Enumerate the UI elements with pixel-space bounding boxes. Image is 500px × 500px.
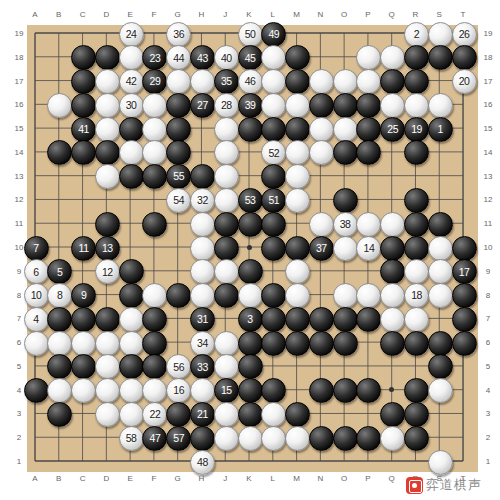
col-label-bottom: L: [271, 474, 275, 483]
stone: [404, 402, 429, 427]
col-label-top: L: [271, 10, 275, 19]
move-number: 12: [102, 267, 113, 278]
move-number: 44: [173, 53, 184, 64]
stone: [428, 378, 453, 403]
stone: [71, 93, 96, 118]
stone: [356, 426, 381, 451]
move-number: 49: [268, 29, 279, 40]
stone: [95, 402, 120, 427]
stone: [380, 236, 405, 261]
stone: [142, 331, 167, 356]
move-number: 26: [459, 29, 470, 40]
stone: [333, 93, 358, 118]
stone: [214, 236, 239, 261]
stone: [238, 212, 263, 237]
move-number: 52: [268, 148, 279, 159]
stone: [119, 307, 144, 332]
stone: [142, 212, 167, 237]
move-stone-57: 57: [166, 426, 191, 451]
row-label-right: 8: [486, 290, 490, 299]
stone: [119, 354, 144, 379]
move-stone-34: 34: [190, 331, 215, 356]
stone: [285, 93, 310, 118]
row-label-right: 18: [484, 52, 493, 61]
stone: [333, 188, 358, 213]
stone: [214, 426, 239, 451]
row-label-right: 3: [486, 409, 490, 418]
stone: [261, 93, 286, 118]
stone: [214, 164, 239, 189]
stone: [261, 212, 286, 237]
row-label-right: 9: [486, 266, 490, 275]
move-number: 32: [197, 195, 208, 206]
move-stone-40: 40: [214, 45, 239, 70]
stone: [428, 22, 453, 47]
move-stone-11: 11: [71, 236, 96, 261]
row-label-right: 14: [484, 147, 493, 156]
stone: [190, 236, 215, 261]
row-label-left: 18: [15, 52, 24, 61]
move-number: 34: [197, 338, 208, 349]
stone: [285, 188, 310, 213]
stone: [404, 236, 429, 261]
stone: [95, 45, 120, 70]
stone: [333, 426, 358, 451]
stone: [95, 212, 120, 237]
col-label-bottom: E: [127, 474, 132, 483]
stone: [24, 331, 49, 356]
move-number: 31: [197, 314, 208, 325]
stone: [404, 69, 429, 94]
row-label-right: 13: [484, 171, 493, 180]
stone: [404, 307, 429, 332]
stone: [309, 69, 334, 94]
move-number: 54: [173, 195, 184, 206]
move-number: 45: [245, 53, 256, 64]
move-number: 23: [150, 53, 161, 64]
move-stone-10: 10: [24, 283, 49, 308]
row-label-left: 2: [17, 433, 21, 442]
move-stone-15: 15: [214, 378, 239, 403]
col-label-bottom: K: [246, 474, 251, 483]
move-stone-25: 25: [380, 117, 405, 142]
move-number: 5: [57, 267, 62, 278]
col-label-bottom: N: [317, 474, 323, 483]
stone: [309, 307, 334, 332]
move-stone-18: 18: [404, 283, 429, 308]
stone: [190, 69, 215, 94]
move-stone-7: 7: [24, 236, 49, 261]
col-label-top: R: [413, 10, 419, 19]
move-stone-37: 37: [309, 236, 334, 261]
move-number: 25: [387, 124, 398, 135]
stone: [95, 378, 120, 403]
col-label-top: D: [103, 10, 109, 19]
move-number: 51: [268, 195, 279, 206]
stone: [333, 69, 358, 94]
stone: [428, 331, 453, 356]
stone: [380, 402, 405, 427]
move-number: 46: [245, 76, 256, 87]
stone: [47, 307, 72, 332]
stone: [71, 331, 96, 356]
col-label-top: J: [223, 10, 227, 19]
row-label-left: 14: [15, 147, 24, 156]
col-label-top: T: [461, 10, 466, 19]
move-number: 7: [33, 243, 38, 254]
stone: [119, 402, 144, 427]
move-number: 58: [126, 433, 137, 444]
row-label-left: 11: [15, 219, 23, 228]
stone: [166, 93, 191, 118]
move-number: 24: [126, 29, 137, 40]
stone: [119, 283, 144, 308]
stone: [119, 164, 144, 189]
move-stone-32: 32: [190, 188, 215, 213]
col-label-bottom: F: [151, 474, 156, 483]
col-label-top: A: [32, 10, 37, 19]
stone: [380, 307, 405, 332]
stone: [95, 331, 120, 356]
move-stone-2: 2: [404, 22, 429, 47]
move-stone-1: 1: [428, 117, 453, 142]
move-stone-21: 21: [190, 402, 215, 427]
move-number: 21: [197, 409, 208, 420]
stone: [404, 93, 429, 118]
row-label-right: 12: [484, 195, 493, 204]
go-kifu-diagram: 2436504922623444340454229354620302728394…: [0, 0, 500, 500]
stone: [333, 283, 358, 308]
stone: [261, 307, 286, 332]
col-label-bottom: B: [56, 474, 61, 483]
move-number: 29: [150, 76, 161, 87]
stone: [24, 378, 49, 403]
move-number: 3: [247, 314, 252, 325]
row-label-left: 1: [17, 457, 21, 466]
stone: [119, 140, 144, 165]
stone: [380, 331, 405, 356]
row-label-right: 6: [486, 338, 490, 347]
stone: [285, 307, 310, 332]
move-stone-9: 9: [71, 283, 96, 308]
stone: [428, 450, 453, 475]
stone: [285, 69, 310, 94]
move-number: 16: [173, 385, 184, 396]
move-number: 27: [197, 100, 208, 111]
row-label-right: 17: [484, 76, 493, 85]
stone: [261, 426, 286, 451]
stone: [238, 354, 263, 379]
row-label-right: 15: [484, 124, 493, 133]
stone: [428, 354, 453, 379]
row-label-left: 10: [15, 243, 24, 252]
row-label-left: 12: [15, 195, 24, 204]
move-stone-12: 12: [95, 259, 120, 284]
stone: [166, 402, 191, 427]
row-label-left: 6: [17, 338, 21, 347]
stone: [47, 93, 72, 118]
stone: [380, 93, 405, 118]
move-stone-47: 47: [142, 426, 167, 451]
stone: [380, 212, 405, 237]
move-number: 15: [221, 385, 232, 396]
stone: [95, 117, 120, 142]
stone: [309, 212, 334, 237]
row-label-right: 2: [486, 433, 490, 442]
stone: [238, 117, 263, 142]
move-number: 19: [411, 124, 422, 135]
stone: [428, 93, 453, 118]
move-stone-30: 30: [119, 93, 144, 118]
stone: [333, 236, 358, 261]
move-stone-19: 19: [404, 117, 429, 142]
col-label-bottom: H: [199, 474, 205, 483]
move-stone-17: 17: [452, 259, 477, 284]
row-label-left: 5: [17, 361, 21, 370]
col-label-top: K: [246, 10, 251, 19]
row-label-left: 9: [17, 266, 21, 275]
move-number: 36: [173, 29, 184, 40]
stone: [333, 307, 358, 332]
move-number: 11: [79, 243, 89, 254]
row-label-right: 1: [486, 457, 490, 466]
col-label-top: O: [341, 10, 347, 19]
move-number: 14: [364, 243, 375, 254]
col-label-top: G: [175, 10, 181, 19]
stone: [285, 426, 310, 451]
stone: [214, 331, 239, 356]
move-number: 8: [57, 290, 62, 301]
stone: [404, 426, 429, 451]
move-stone-24: 24: [119, 22, 144, 47]
move-number: 39: [245, 100, 256, 111]
stone: [190, 426, 215, 451]
stone: [404, 331, 429, 356]
stone: [333, 378, 358, 403]
move-stone-49: 49: [261, 22, 286, 47]
move-stone-41: 41: [71, 117, 96, 142]
stone: [333, 140, 358, 165]
stone: [190, 212, 215, 237]
stone: [190, 164, 215, 189]
stone: [214, 212, 239, 237]
stone: [214, 283, 239, 308]
stone: [214, 354, 239, 379]
stone: [238, 378, 263, 403]
move-stone-31: 31: [190, 307, 215, 332]
move-number: 6: [33, 267, 38, 278]
col-label-bottom: Q: [389, 474, 395, 483]
move-number: 35: [221, 76, 232, 87]
move-number: 13: [102, 243, 113, 254]
stone: [261, 117, 286, 142]
stone: [95, 164, 120, 189]
move-stone-58: 58: [119, 426, 144, 451]
stone: [238, 426, 263, 451]
stone: [119, 45, 144, 70]
row-label-left: 19: [15, 29, 24, 38]
row-label-right: 4: [486, 385, 490, 394]
move-stone-13: 13: [95, 236, 120, 261]
move-stone-53: 53: [238, 188, 263, 213]
stone: [71, 307, 96, 332]
stone: [238, 259, 263, 284]
stone: [214, 402, 239, 427]
row-label-right: 19: [484, 29, 493, 38]
stone: [309, 331, 334, 356]
row-label-left: 7: [17, 314, 21, 323]
stone: [428, 236, 453, 261]
stone: [119, 259, 144, 284]
stone: [285, 402, 310, 427]
stone: [95, 93, 120, 118]
stone: [71, 69, 96, 94]
stone: [428, 212, 453, 237]
move-number: 53: [245, 195, 256, 206]
stone: [214, 140, 239, 165]
row-label-left: 4: [17, 385, 21, 394]
watermark-text: 弈道棋声: [426, 476, 482, 494]
move-stone-38: 38: [333, 212, 358, 237]
stone: [309, 378, 334, 403]
move-stone-35: 35: [214, 69, 239, 94]
stone: [119, 117, 144, 142]
col-label-top: S: [437, 10, 442, 19]
col-label-bottom: D: [103, 474, 109, 483]
move-number: 40: [221, 53, 232, 64]
col-label-bottom: C: [80, 474, 86, 483]
stone: [452, 307, 477, 332]
move-stone-48: 48: [190, 450, 215, 475]
move-stone-14: 14: [356, 236, 381, 261]
stone: [95, 69, 120, 94]
stone: [214, 188, 239, 213]
stone: [238, 402, 263, 427]
move-stone-45: 45: [238, 45, 263, 70]
move-stone-20: 20: [452, 69, 477, 94]
stone: [309, 426, 334, 451]
col-label-bottom: G: [175, 474, 181, 483]
move-number: 56: [173, 362, 184, 373]
col-label-top: B: [56, 10, 61, 19]
move-stone-4: 4: [24, 307, 49, 332]
stone: [47, 331, 72, 356]
move-stone-39: 39: [238, 93, 263, 118]
go-board[interactable]: 2436504922623444340454229354620302728394…: [27, 25, 478, 472]
col-label-top: F: [151, 10, 156, 19]
move-number: 20: [459, 76, 470, 87]
move-number: 18: [411, 290, 422, 301]
stone: [214, 117, 239, 142]
stone: [119, 331, 144, 356]
row-label-left: 13: [15, 171, 24, 180]
move-stone-46: 46: [238, 69, 263, 94]
move-number: 42: [126, 76, 137, 87]
stone: [142, 117, 167, 142]
col-label-bottom: O: [341, 474, 347, 483]
stone: [404, 378, 429, 403]
move-stone-36: 36: [166, 22, 191, 47]
stone: [214, 259, 239, 284]
stone: [309, 117, 334, 142]
stone: [333, 117, 358, 142]
stone: [285, 236, 310, 261]
star-point: [247, 245, 252, 250]
watermark: 弈道棋声: [406, 476, 482, 494]
move-stone-50: 50: [238, 22, 263, 47]
move-stone-27: 27: [190, 93, 215, 118]
stone: [404, 212, 429, 237]
move-number: 1: [438, 124, 443, 135]
row-label-right: 7: [486, 314, 490, 323]
col-label-bottom: P: [365, 474, 370, 483]
stone: [190, 378, 215, 403]
move-number: 48: [197, 457, 208, 468]
stone: [356, 117, 381, 142]
stone: [285, 283, 310, 308]
stone: [428, 45, 453, 70]
col-label-top: Q: [389, 10, 395, 19]
row-label-left: 3: [17, 409, 21, 418]
stone: [285, 117, 310, 142]
row-label-left: 17: [15, 76, 24, 85]
row-label-right: 11: [484, 219, 492, 228]
col-label-top: E: [127, 10, 132, 19]
row-label-right: 10: [484, 243, 493, 252]
col-label-top: H: [199, 10, 205, 19]
move-number: 47: [150, 433, 161, 444]
stone: [261, 236, 286, 261]
stone: [452, 236, 477, 261]
stone: [404, 188, 429, 213]
move-stone-42: 42: [119, 69, 144, 94]
col-label-bottom: A: [32, 474, 37, 483]
row-label-left: 8: [17, 290, 21, 299]
stone: [380, 426, 405, 451]
stone: [333, 331, 358, 356]
move-number: 41: [78, 124, 89, 135]
stone: [452, 283, 477, 308]
col-label-bottom: M: [293, 474, 300, 483]
move-number: 17: [459, 267, 470, 278]
move-stone-28: 28: [214, 93, 239, 118]
col-label-top: C: [80, 10, 86, 19]
move-number: 2: [414, 29, 419, 40]
move-number: 30: [126, 100, 137, 111]
stone: [285, 331, 310, 356]
move-number: 28: [221, 100, 232, 111]
move-number: 33: [197, 362, 208, 373]
col-label-top: N: [317, 10, 323, 19]
move-stone-54: 54: [166, 188, 191, 213]
stone: [309, 93, 334, 118]
move-number: 55: [173, 171, 184, 182]
stone: [238, 331, 263, 356]
move-number: 10: [31, 290, 42, 301]
move-number: 38: [340, 219, 351, 230]
row-label-left: 16: [15, 100, 24, 109]
move-number: 4: [33, 314, 38, 325]
col-label-bottom: J: [223, 474, 227, 483]
row-label-right: 5: [486, 361, 490, 370]
stone: [356, 212, 381, 237]
move-stone-26: 26: [452, 22, 477, 47]
stone: [166, 117, 191, 142]
move-number: 50: [245, 29, 256, 40]
stone: [428, 259, 453, 284]
row-label-right: 16: [484, 100, 493, 109]
stone: [452, 45, 477, 70]
